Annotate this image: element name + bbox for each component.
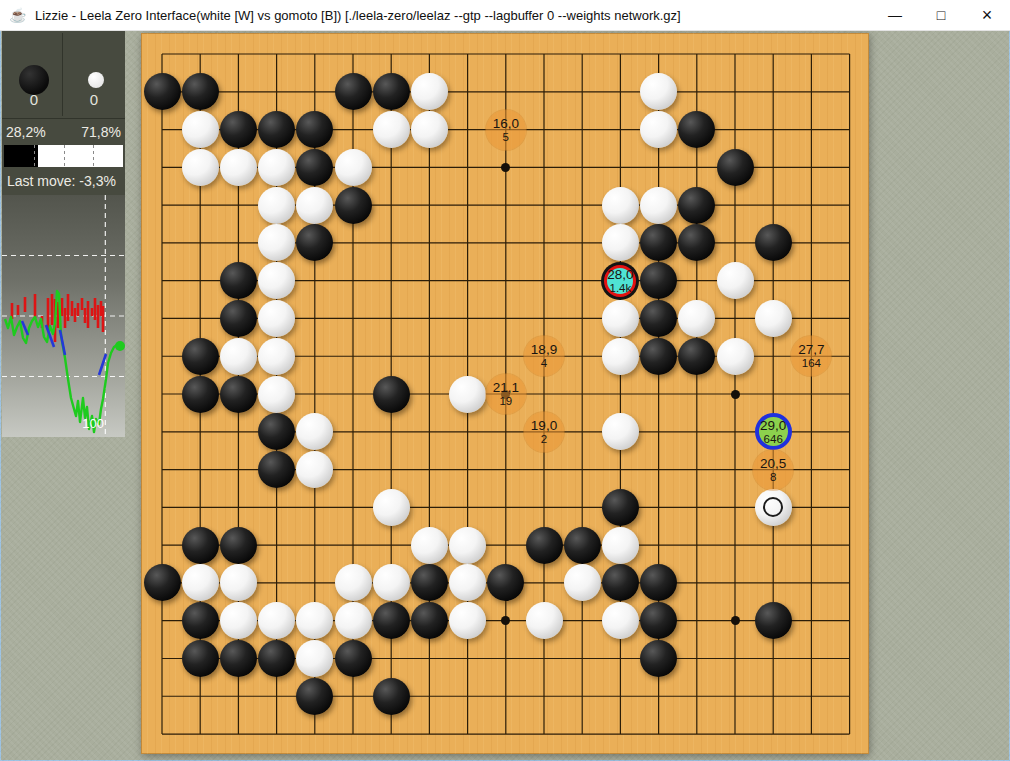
- white-stone: [602, 527, 639, 564]
- black-stone: [220, 527, 257, 564]
- minimize-button[interactable]: —: [872, 0, 918, 30]
- white-stone: [449, 602, 486, 639]
- black-stone: [717, 149, 754, 186]
- white-stone: [296, 640, 333, 677]
- white-stone: [258, 149, 295, 186]
- black-capture-count: 0: [4, 91, 64, 108]
- title-bar: ☕ Lizzie - Leela Zero Interface(white [W…: [0, 0, 1010, 31]
- white-stone: [411, 527, 448, 564]
- suggestion-visits: 646: [764, 433, 783, 445]
- white-stone-icon: [88, 72, 104, 88]
- winrate-percentages: 28,2% 71,8%: [6, 124, 121, 140]
- winrate-bar-black: [4, 145, 38, 167]
- black-stone: [144, 564, 181, 601]
- black-stone: [296, 111, 333, 148]
- white-stone: [220, 338, 257, 375]
- analysis-sidebar: 0 0 28,2% 71,8% Last move: -3,3% 100: [2, 31, 125, 437]
- white-stone: [258, 338, 295, 375]
- white-stone: [411, 111, 448, 148]
- winrate-graph-plot: [2, 195, 125, 437]
- black-stone: [640, 602, 677, 639]
- black-stone: [182, 338, 219, 375]
- black-stone: [373, 376, 410, 413]
- white-stone: [258, 187, 295, 224]
- suggestion-winrate: 19,0: [531, 419, 557, 433]
- white-stone: [373, 111, 410, 148]
- black-stone: [220, 111, 257, 148]
- white-stone: [258, 224, 295, 261]
- suggestion-winrate: 18,9: [531, 343, 557, 357]
- white-stone: [258, 602, 295, 639]
- white-stone: [602, 602, 639, 639]
- suggestion-visits: 2: [541, 433, 547, 445]
- black-stone: [678, 111, 715, 148]
- white-stone: [335, 602, 372, 639]
- white-stone: [220, 564, 257, 601]
- white-winrate: 71,8%: [81, 124, 121, 140]
- black-stone: [335, 640, 372, 677]
- white-stone: [449, 527, 486, 564]
- black-stone: [640, 300, 677, 337]
- white-stone: [411, 73, 448, 110]
- capture-panel: 0 0: [2, 31, 125, 119]
- hoshi-point: [731, 616, 740, 625]
- black-stone: [602, 489, 639, 526]
- black-stone: [755, 602, 792, 639]
- white-stone: [717, 262, 754, 299]
- close-button[interactable]: ×: [964, 0, 1010, 30]
- white-capture-count: 0: [64, 91, 124, 108]
- black-stone: [182, 376, 219, 413]
- black-stone: [220, 262, 257, 299]
- suggestion-winrate: 27,7: [798, 343, 824, 357]
- move-suggestion-K10[interactable]: 21,119: [486, 374, 526, 414]
- white-stone: [449, 564, 486, 601]
- white-stone: [258, 262, 295, 299]
- black-stone: [564, 527, 601, 564]
- move-number-label: 100: [82, 416, 104, 431]
- winrate-bar: [4, 145, 123, 167]
- black-stone: [182, 527, 219, 564]
- suggestion-visits: 4: [541, 357, 547, 369]
- black-stone: [373, 602, 410, 639]
- go-board[interactable]: 16,0528,01.4k18,9427,716421,11919,0229,0…: [141, 33, 869, 754]
- move-suggestion-R9[interactable]: 29,0646: [755, 413, 792, 450]
- winrate-graph[interactable]: 100: [2, 195, 125, 437]
- white-stone: [182, 564, 219, 601]
- black-stone: [640, 262, 677, 299]
- white-stone: [602, 338, 639, 375]
- move-suggestion-S11[interactable]: 27,7164: [791, 336, 831, 376]
- move-suggestion-N13[interactable]: 28,01.4k: [604, 265, 636, 297]
- black-stone: [144, 73, 181, 110]
- suggestion-winrate: 16,0: [493, 117, 519, 131]
- suggestion-winrate: 29,0: [760, 419, 786, 433]
- white-stone: [296, 451, 333, 488]
- white-stone: [373, 489, 410, 526]
- white-stone: [220, 149, 257, 186]
- move-suggestion-L9[interactable]: 19,02: [524, 412, 564, 452]
- black-stone: [373, 73, 410, 110]
- black-stone: [220, 376, 257, 413]
- black-stone: [258, 111, 295, 148]
- black-stone: [487, 564, 524, 601]
- black-stone: [411, 602, 448, 639]
- white-stone: [602, 413, 639, 450]
- black-stone: [258, 451, 295, 488]
- black-stone: [220, 640, 257, 677]
- move-suggestion-L11[interactable]: 18,94: [524, 336, 564, 376]
- suggestion-visits: 164: [802, 357, 821, 369]
- black-stone: [258, 413, 295, 450]
- white-stone: [296, 602, 333, 639]
- black-stone: [373, 678, 410, 715]
- white-stone: [449, 376, 486, 413]
- black-stone: [678, 338, 715, 375]
- white-stone: [602, 187, 639, 224]
- bar-gridline-50: [64, 145, 65, 167]
- black-stone: [640, 224, 677, 261]
- move-suggestion-K17[interactable]: 16,05: [486, 110, 526, 150]
- suggestion-visits: 1.4k: [610, 282, 632, 294]
- white-stone: [678, 300, 715, 337]
- white-stone: [182, 149, 219, 186]
- black-stone: [296, 678, 333, 715]
- white-stone: [373, 564, 410, 601]
- white-stone: [755, 300, 792, 337]
- bar-gridline-75: [93, 145, 94, 167]
- black-stone: [335, 187, 372, 224]
- black-stone: [182, 640, 219, 677]
- black-stone: [640, 640, 677, 677]
- black-stone: [258, 640, 295, 677]
- suggestion-winrate: 21,1: [493, 381, 519, 395]
- black-winrate: 28,2%: [6, 124, 46, 140]
- bar-gridline-25: [34, 145, 35, 167]
- white-stone: [564, 564, 601, 601]
- move-suggestion-R8[interactable]: 20,58: [753, 450, 793, 490]
- black-stone: [296, 224, 333, 261]
- lizzie-window: ☕ Lizzie - Leela Zero Interface(white [W…: [0, 0, 1010, 761]
- white-stone: [602, 300, 639, 337]
- white-stone: [717, 338, 754, 375]
- suggestion-winrate: 20,5: [760, 457, 786, 471]
- last-move-label: Last move: -3,3%: [7, 173, 116, 189]
- black-stone: [220, 300, 257, 337]
- white-stone: [640, 111, 677, 148]
- white-stone: [602, 224, 639, 261]
- black-stone: [640, 564, 677, 601]
- white-stone: [640, 187, 677, 224]
- window-title: Lizzie - Leela Zero Interface(white [W] …: [35, 8, 681, 23]
- white-stone: [296, 187, 333, 224]
- black-stone: [602, 564, 639, 601]
- window-controls: — □ ×: [872, 0, 1010, 30]
- java-icon: ☕: [9, 6, 27, 24]
- white-stone: [258, 376, 295, 413]
- suggestion-winrate: 28,0: [607, 268, 633, 282]
- suggestion-visits: 5: [503, 131, 509, 143]
- suggestion-visits: 19: [499, 395, 512, 407]
- maximize-button[interactable]: □: [918, 0, 964, 30]
- black-stone: [182, 602, 219, 639]
- black-stone: [182, 73, 219, 110]
- black-stone: [678, 187, 715, 224]
- white-stone: [258, 300, 295, 337]
- white-stone: [526, 602, 563, 639]
- white-stone: [335, 149, 372, 186]
- winrate-panel: 28,2% 71,8% Last move: -3,3%: [2, 119, 125, 195]
- white-stone: [296, 413, 333, 450]
- black-stone: [296, 149, 333, 186]
- white-stone: [182, 111, 219, 148]
- black-stone: [678, 224, 715, 261]
- white-stone: [335, 564, 372, 601]
- hoshi-point: [731, 390, 740, 399]
- black-stone: [526, 527, 563, 564]
- white-stone: [640, 73, 677, 110]
- black-stone: [335, 73, 372, 110]
- black-stone: [755, 224, 792, 261]
- hoshi-point: [501, 163, 510, 172]
- black-stone: [640, 338, 677, 375]
- black-stone: [411, 564, 448, 601]
- suggestion-visits: 8: [770, 471, 776, 483]
- hoshi-point: [501, 616, 510, 625]
- white-stone: [220, 602, 257, 639]
